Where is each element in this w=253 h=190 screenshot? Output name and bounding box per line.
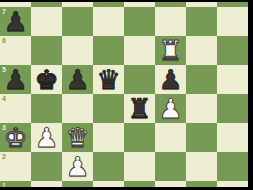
piece-black-pawn-c5[interactable]: ♟ <box>62 65 93 94</box>
piece-white-pawn-c2[interactable]: ♟ <box>62 152 93 181</box>
square-b2[interactable] <box>31 152 62 181</box>
letterbox-right <box>248 0 253 190</box>
square-a5[interactable]: 5♟ <box>0 65 31 94</box>
square-f4[interactable]: ♟ <box>155 94 186 123</box>
square-e2[interactable] <box>124 152 155 181</box>
piece-white-king-a3[interactable]: ♚ <box>0 123 31 152</box>
piece-black-rook-e4[interactable]: ♜ <box>124 94 155 123</box>
square-e5[interactable] <box>124 65 155 94</box>
piece-black-pawn-a7[interactable]: ♟ <box>0 7 31 36</box>
square-a6[interactable]: 6 <box>0 36 31 65</box>
square-d3[interactable] <box>93 123 124 152</box>
square-g5[interactable] <box>186 65 217 94</box>
square-f7[interactable] <box>155 7 186 36</box>
square-a3[interactable]: 3♚ <box>0 123 31 152</box>
square-c7[interactable] <box>62 7 93 36</box>
square-a2[interactable]: 2 <box>0 152 31 181</box>
square-h3[interactable] <box>217 123 248 152</box>
letterbox-bottom <box>0 187 253 190</box>
piece-white-pawn-f4[interactable]: ♟ <box>155 94 186 123</box>
square-b3[interactable]: ♟ <box>31 123 62 152</box>
square-c6[interactable] <box>62 36 93 65</box>
app-window: 7♟6♜5♟♚♟♛♟4♜♟3♚♟♛2♟1 <box>0 0 253 190</box>
square-h4[interactable] <box>217 94 248 123</box>
piece-black-king-b5[interactable]: ♚ <box>31 65 62 94</box>
piece-white-rook-f6[interactable]: ♜ <box>155 36 186 65</box>
square-g3[interactable] <box>186 123 217 152</box>
piece-white-queen-c3[interactable]: ♛ <box>62 123 93 152</box>
square-d6[interactable] <box>93 36 124 65</box>
piece-black-pawn-f5[interactable]: ♟ <box>155 65 186 94</box>
rank-label-6: 6 <box>2 37 6 44</box>
square-h7[interactable] <box>217 7 248 36</box>
square-c2[interactable]: ♟ <box>62 152 93 181</box>
square-f5[interactable]: ♟ <box>155 65 186 94</box>
chess-board: 7♟6♜5♟♚♟♛♟4♜♟3♚♟♛2♟1 <box>0 0 248 190</box>
square-h2[interactable] <box>217 152 248 181</box>
square-g2[interactable] <box>186 152 217 181</box>
square-a4[interactable]: 4 <box>0 94 31 123</box>
square-e4[interactable]: ♜ <box>124 94 155 123</box>
square-a7[interactable]: 7♟ <box>0 7 31 36</box>
square-c4[interactable] <box>62 94 93 123</box>
square-c3[interactable]: ♛ <box>62 123 93 152</box>
square-b6[interactable] <box>31 36 62 65</box>
square-f6[interactable]: ♜ <box>155 36 186 65</box>
piece-black-queen-d5[interactable]: ♛ <box>93 65 124 94</box>
letterbox-top <box>0 0 253 2</box>
square-f2[interactable] <box>155 152 186 181</box>
square-c5[interactable]: ♟ <box>62 65 93 94</box>
square-e6[interactable] <box>124 36 155 65</box>
square-d2[interactable] <box>93 152 124 181</box>
square-g7[interactable] <box>186 7 217 36</box>
rank-label-2: 2 <box>2 153 6 160</box>
square-d4[interactable] <box>93 94 124 123</box>
square-g6[interactable] <box>186 36 217 65</box>
rank-label-4: 4 <box>2 95 6 102</box>
square-h6[interactable] <box>217 36 248 65</box>
square-f3[interactable] <box>155 123 186 152</box>
piece-white-pawn-b3[interactable]: ♟ <box>31 123 62 152</box>
piece-black-pawn-a5[interactable]: ♟ <box>0 65 31 94</box>
square-h5[interactable] <box>217 65 248 94</box>
square-b4[interactable] <box>31 94 62 123</box>
square-e3[interactable] <box>124 123 155 152</box>
square-e7[interactable] <box>124 7 155 36</box>
square-g4[interactable] <box>186 94 217 123</box>
square-d5[interactable]: ♛ <box>93 65 124 94</box>
square-b5[interactable]: ♚ <box>31 65 62 94</box>
square-b7[interactable] <box>31 7 62 36</box>
square-d7[interactable] <box>93 7 124 36</box>
